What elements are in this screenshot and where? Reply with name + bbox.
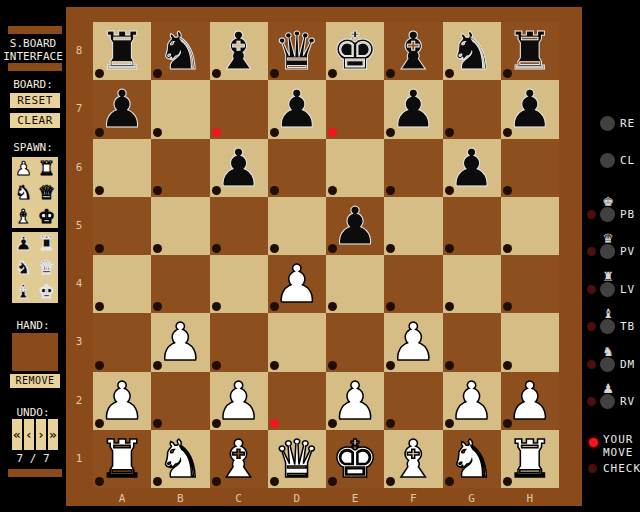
square-c4[interactable] bbox=[210, 255, 268, 313]
spawn-black-pawn[interactable]: ♟ bbox=[12, 232, 35, 256]
white-knight[interactable]: ♞ bbox=[151, 430, 209, 488]
square-d7[interactable]: ♟ bbox=[268, 80, 326, 138]
square-e8[interactable]: ♚ bbox=[326, 22, 384, 80]
square-e5[interactable]: ♟ bbox=[326, 197, 384, 255]
square-sensor-dot bbox=[95, 361, 104, 370]
square-sensor-dot bbox=[386, 419, 395, 428]
file-label-D: D bbox=[287, 492, 307, 506]
status-panel: YOUR MOVE CHECK RECL♚PB♛PV♜LV♝TB♞DM♟RV bbox=[582, 0, 640, 512]
rank-label-3: 3 bbox=[71, 335, 87, 349]
undo-back-button[interactable]: ‹ bbox=[24, 419, 34, 450]
square-c2[interactable]: ♟ bbox=[210, 372, 268, 430]
square-c5[interactable] bbox=[210, 197, 268, 255]
black-bishop[interactable]: ♝ bbox=[384, 22, 442, 80]
square-f2[interactable] bbox=[384, 372, 442, 430]
square-f4[interactable] bbox=[384, 255, 442, 313]
black-pawn[interactable]: ♟ bbox=[210, 139, 268, 197]
spawn-black-queen[interactable]: ♛ bbox=[35, 256, 58, 280]
square-b8[interactable]: ♞ bbox=[151, 22, 209, 80]
pv-led bbox=[587, 247, 596, 256]
rank-label-8: 8 bbox=[71, 44, 87, 58]
square-g8[interactable]: ♞ bbox=[443, 22, 501, 80]
check-led bbox=[588, 464, 597, 473]
square-sensor-dot bbox=[153, 302, 162, 311]
square-c1[interactable]: ♝ bbox=[210, 430, 268, 488]
lv-button[interactable] bbox=[600, 282, 615, 297]
square-sensor-dot bbox=[386, 244, 395, 253]
square-c8[interactable]: ♝ bbox=[210, 22, 268, 80]
spawn-black-knight[interactable]: ♞ bbox=[12, 256, 35, 280]
square-d1[interactable]: ♛ bbox=[268, 430, 326, 488]
black-pawn[interactable]: ♟ bbox=[93, 80, 151, 138]
square-sensor-dot bbox=[445, 361, 454, 370]
square-e1[interactable]: ♚ bbox=[326, 430, 384, 488]
square-h5[interactable] bbox=[501, 197, 559, 255]
square-sensor-dot bbox=[445, 244, 454, 253]
white-pawn[interactable]: ♟ bbox=[268, 255, 326, 313]
undo-section-label: UNDO: bbox=[0, 406, 66, 419]
square-sensor-dot bbox=[328, 361, 337, 370]
spawn-white-pawn[interactable]: ♟ bbox=[12, 157, 35, 181]
file-label-F: F bbox=[403, 492, 423, 506]
lv-label: LV bbox=[620, 283, 635, 297]
square-sensor-dot bbox=[212, 244, 221, 253]
square-h7[interactable]: ♟ bbox=[501, 80, 559, 138]
spawn-black-king[interactable]: ♚ bbox=[35, 279, 58, 303]
spawn-white-king[interactable]: ♚ bbox=[35, 204, 58, 228]
square-a7[interactable]: ♟ bbox=[93, 80, 151, 138]
undo-counter: 7 / 7 bbox=[0, 452, 66, 465]
square-d8[interactable]: ♛ bbox=[268, 22, 326, 80]
white-pawn[interactable]: ♟ bbox=[93, 372, 151, 430]
your-move-led bbox=[589, 438, 598, 447]
chess-board: ♜♞♝♛♚♝♞♜♟♟♟♟♟♟♟♟♟♟♟♟♟♟♟♜♞♝♛♚♝♞♜ bbox=[93, 22, 559, 488]
square-b2[interactable] bbox=[151, 372, 209, 430]
tb-led bbox=[587, 322, 596, 331]
white-bishop[interactable]: ♝ bbox=[384, 430, 442, 488]
white-bishop[interactable]: ♝ bbox=[210, 430, 268, 488]
square-sensor-dot bbox=[95, 186, 104, 195]
square-b5[interactable] bbox=[151, 197, 209, 255]
square-h2[interactable]: ♟ bbox=[501, 372, 559, 430]
red-square-marker bbox=[212, 128, 221, 137]
your-move-label-line2: MOVE bbox=[603, 446, 634, 460]
white-pawn[interactable]: ♟ bbox=[384, 313, 442, 371]
black-rook[interactable]: ♜ bbox=[93, 22, 151, 80]
app-title-line1: S.BOARD bbox=[0, 37, 66, 50]
black-pawn[interactable]: ♟ bbox=[326, 197, 384, 255]
square-sensor-dot bbox=[153, 186, 162, 195]
tb-label: TB bbox=[620, 320, 635, 334]
square-d6[interactable] bbox=[268, 139, 326, 197]
black-pawn[interactable]: ♟ bbox=[443, 139, 501, 197]
board-frame: ♜♞♝♛♚♝♞♜♟♟♟♟♟♟♟♟♟♟♟♟♟♟♟♜♞♝♛♚♝♞♜ 87654321… bbox=[66, 7, 582, 506]
cl-label: CL bbox=[620, 154, 635, 168]
square-a8[interactable]: ♜ bbox=[93, 22, 151, 80]
red-square-marker bbox=[270, 419, 279, 428]
square-c3[interactable] bbox=[210, 313, 268, 371]
square-g7[interactable] bbox=[443, 80, 501, 138]
square-sensor-dot bbox=[503, 361, 512, 370]
white-rook[interactable]: ♜ bbox=[93, 430, 151, 488]
square-b6[interactable] bbox=[151, 139, 209, 197]
black-bishop[interactable]: ♝ bbox=[210, 22, 268, 80]
square-g1[interactable]: ♞ bbox=[443, 430, 501, 488]
clear-button[interactable]: CLEAR bbox=[10, 113, 60, 128]
file-label-E: E bbox=[345, 492, 365, 506]
square-sensor-dot bbox=[445, 128, 454, 137]
black-knight[interactable]: ♞ bbox=[151, 22, 209, 80]
square-d4[interactable]: ♟ bbox=[268, 255, 326, 313]
white-pawn[interactable]: ♟ bbox=[501, 372, 559, 430]
black-pawn[interactable]: ♟ bbox=[268, 80, 326, 138]
reset-button[interactable]: RESET bbox=[10, 93, 60, 108]
square-sensor-dot bbox=[270, 361, 279, 370]
square-sensor-dot bbox=[153, 419, 162, 428]
square-b4[interactable] bbox=[151, 255, 209, 313]
square-a1[interactable]: ♜ bbox=[93, 430, 151, 488]
white-pawn[interactable]: ♟ bbox=[151, 313, 209, 371]
re-label: RE bbox=[620, 117, 635, 131]
dm-led bbox=[587, 360, 596, 369]
white-king[interactable]: ♚ bbox=[326, 430, 384, 488]
pv-button[interactable] bbox=[600, 244, 615, 259]
square-sensor-dot bbox=[270, 186, 279, 195]
square-d5[interactable] bbox=[268, 197, 326, 255]
spawn-palette-black: ♟♜♞♛♝♚ bbox=[12, 232, 58, 303]
square-b7[interactable] bbox=[151, 80, 209, 138]
divider-bar bbox=[8, 63, 62, 71]
redo-forward-button[interactable]: › bbox=[36, 419, 46, 450]
square-sensor-dot bbox=[270, 244, 279, 253]
square-e2[interactable]: ♟ bbox=[326, 372, 384, 430]
undo-controls: «‹›» bbox=[12, 419, 58, 450]
file-label-A: A bbox=[112, 492, 132, 506]
rv-label: RV bbox=[620, 395, 635, 409]
square-e4[interactable] bbox=[326, 255, 384, 313]
pb-button[interactable] bbox=[600, 207, 615, 222]
square-sensor-dot bbox=[153, 244, 162, 253]
square-b3[interactable]: ♟ bbox=[151, 313, 209, 371]
dm-button[interactable] bbox=[600, 357, 615, 372]
remove-button[interactable]: REMOVE bbox=[10, 374, 60, 388]
rank-label-1: 1 bbox=[71, 452, 87, 466]
black-queen[interactable]: ♛ bbox=[268, 22, 326, 80]
square-sensor-dot bbox=[212, 361, 221, 370]
spawn-white-bishop[interactable]: ♝ bbox=[12, 204, 35, 228]
square-g4[interactable] bbox=[443, 255, 501, 313]
square-f3[interactable]: ♟ bbox=[384, 313, 442, 371]
spawn-palette-white: ♟♜♞♛♝♚ bbox=[12, 157, 58, 228]
square-h1[interactable]: ♜ bbox=[501, 430, 559, 488]
square-g6[interactable]: ♟ bbox=[443, 139, 501, 197]
square-h8[interactable]: ♜ bbox=[501, 22, 559, 80]
rank-label-2: 2 bbox=[71, 394, 87, 408]
undo-first-button[interactable]: « bbox=[12, 419, 22, 450]
square-f6[interactable] bbox=[384, 139, 442, 197]
white-pawn[interactable]: ♟ bbox=[443, 372, 501, 430]
rank-label-7: 7 bbox=[71, 102, 87, 116]
cl-button[interactable] bbox=[600, 153, 615, 168]
black-rook[interactable]: ♜ bbox=[501, 22, 559, 80]
square-f8[interactable]: ♝ bbox=[384, 22, 442, 80]
square-c7[interactable] bbox=[210, 80, 268, 138]
square-a2[interactable]: ♟ bbox=[93, 372, 151, 430]
spawn-white-knight[interactable]: ♞ bbox=[12, 181, 35, 205]
square-f7[interactable]: ♟ bbox=[384, 80, 442, 138]
white-queen[interactable]: ♛ bbox=[268, 430, 326, 488]
black-pawn[interactable]: ♟ bbox=[384, 80, 442, 138]
square-d2[interactable] bbox=[268, 372, 326, 430]
white-pawn[interactable]: ♟ bbox=[210, 372, 268, 430]
rank-label-4: 4 bbox=[71, 277, 87, 291]
square-a4[interactable] bbox=[93, 255, 151, 313]
square-e3[interactable] bbox=[326, 313, 384, 371]
black-king[interactable]: ♚ bbox=[326, 22, 384, 80]
square-c6[interactable]: ♟ bbox=[210, 139, 268, 197]
spawn-black-bishop[interactable]: ♝ bbox=[12, 279, 35, 303]
file-label-C: C bbox=[229, 492, 249, 506]
rank-label-5: 5 bbox=[71, 219, 87, 233]
square-a5[interactable] bbox=[93, 197, 151, 255]
pv-label: PV bbox=[620, 245, 635, 259]
black-knight[interactable]: ♞ bbox=[443, 22, 501, 80]
square-sensor-dot bbox=[503, 302, 512, 311]
pb-label: PB bbox=[620, 208, 635, 222]
square-d3[interactable] bbox=[268, 313, 326, 371]
red-square-marker bbox=[328, 128, 337, 137]
redo-last-button[interactable]: » bbox=[48, 419, 58, 450]
black-pawn[interactable]: ♟ bbox=[501, 80, 559, 138]
divider-bar bbox=[8, 26, 62, 34]
divider-bar bbox=[8, 469, 62, 477]
tb-button[interactable] bbox=[600, 319, 615, 334]
file-label-B: B bbox=[170, 492, 190, 506]
re-button[interactable] bbox=[600, 116, 615, 131]
square-h6[interactable] bbox=[501, 139, 559, 197]
file-label-H: H bbox=[520, 492, 540, 506]
square-sensor-dot bbox=[386, 186, 395, 195]
square-g3[interactable] bbox=[443, 313, 501, 371]
lv-led bbox=[587, 285, 596, 294]
square-g2[interactable]: ♟ bbox=[443, 372, 501, 430]
spawn-white-rook[interactable]: ♜ bbox=[35, 157, 58, 181]
square-sensor-dot bbox=[445, 302, 454, 311]
hand-slot[interactable] bbox=[12, 333, 58, 371]
square-e6[interactable] bbox=[326, 139, 384, 197]
hand-section-label: HAND: bbox=[0, 319, 66, 332]
square-f5[interactable] bbox=[384, 197, 442, 255]
square-sensor-dot bbox=[503, 186, 512, 195]
your-move-label-line1: YOUR bbox=[603, 433, 634, 447]
dm-label: DM bbox=[620, 358, 635, 372]
pb-led bbox=[587, 210, 596, 219]
square-sensor-dot bbox=[503, 244, 512, 253]
sidebar: S.BOARD INTERFACE BOARD: RESET CLEAR SPA… bbox=[0, 0, 66, 512]
white-rook[interactable]: ♜ bbox=[501, 430, 559, 488]
white-knight[interactable]: ♞ bbox=[443, 430, 501, 488]
square-a3[interactable] bbox=[93, 313, 151, 371]
square-sensor-dot bbox=[153, 128, 162, 137]
square-sensor-dot bbox=[95, 302, 104, 311]
square-a6[interactable] bbox=[93, 139, 151, 197]
app-title-line2: INTERFACE bbox=[0, 50, 66, 63]
spawn-section-label: SPAWN: bbox=[0, 141, 66, 154]
square-sensor-dot bbox=[95, 244, 104, 253]
square-h4[interactable] bbox=[501, 255, 559, 313]
rv-led bbox=[587, 397, 596, 406]
spawn-black-rook[interactable]: ♜ bbox=[35, 232, 58, 256]
board-section-label: BOARD: bbox=[0, 78, 66, 91]
square-sensor-dot bbox=[328, 186, 337, 195]
white-pawn[interactable]: ♟ bbox=[326, 372, 384, 430]
square-sensor-dot bbox=[386, 302, 395, 311]
square-sensor-dot bbox=[328, 302, 337, 311]
square-h3[interactable] bbox=[501, 313, 559, 371]
square-e7[interactable] bbox=[326, 80, 384, 138]
square-g5[interactable] bbox=[443, 197, 501, 255]
check-label: CHECK bbox=[603, 462, 640, 476]
square-f1[interactable]: ♝ bbox=[384, 430, 442, 488]
square-b1[interactable]: ♞ bbox=[151, 430, 209, 488]
rv-button[interactable] bbox=[600, 394, 615, 409]
square-sensor-dot bbox=[212, 302, 221, 311]
rank-label-6: 6 bbox=[71, 161, 87, 175]
spawn-white-queen[interactable]: ♛ bbox=[35, 181, 58, 205]
file-label-G: G bbox=[462, 492, 482, 506]
